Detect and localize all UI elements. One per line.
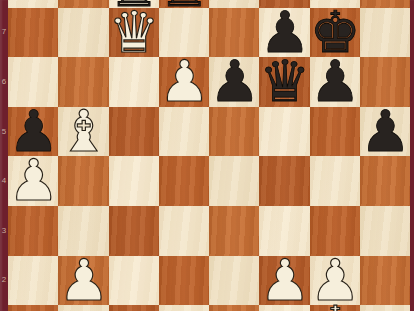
square-d6[interactable]: ♟ [159, 57, 209, 107]
square-c6[interactable] [109, 57, 159, 107]
square-f8[interactable] [259, 0, 309, 8]
square-g7[interactable]: ♚ [310, 8, 360, 58]
square-f4[interactable] [259, 156, 309, 206]
rank-label-5: 5 [0, 128, 8, 136]
square-b3[interactable] [58, 206, 108, 256]
square-g5[interactable] [310, 107, 360, 157]
square-g4[interactable] [310, 156, 360, 206]
square-b7[interactable] [58, 8, 108, 58]
square-a4[interactable]: ♟ [8, 156, 58, 206]
square-h3[interactable] [360, 206, 410, 256]
square-b5[interactable]: ♝ [58, 107, 108, 157]
square-b8[interactable] [58, 0, 108, 8]
square-g3[interactable] [310, 206, 360, 256]
square-f1[interactable] [259, 305, 309, 311]
square-h4[interactable] [360, 156, 410, 206]
square-c7[interactable]: ♛ [109, 8, 159, 58]
square-a2[interactable] [8, 256, 58, 306]
square-e4[interactable] [209, 156, 259, 206]
square-f7[interactable]: ♟ [259, 8, 309, 58]
chess-board: ♜♜♛♟♚♟♟♛♟♟♝♟♟♟♟♟♚ [8, 0, 410, 311]
rank-label-4: 4 [0, 177, 8, 185]
white-pawn: ♟ [8, 156, 58, 206]
square-b6[interactable] [58, 57, 108, 107]
square-a1[interactable] [8, 305, 58, 311]
black-pawn: ♟ [8, 107, 58, 157]
square-f5[interactable] [259, 107, 309, 157]
black-pawn: ♟ [310, 57, 360, 107]
black-pawn: ♟ [209, 57, 259, 107]
square-d7[interactable] [159, 8, 209, 58]
square-c8[interactable]: ♜ [109, 0, 159, 8]
square-d8[interactable]: ♜ [159, 0, 209, 8]
square-b1[interactable] [58, 305, 108, 311]
square-a7[interactable] [8, 8, 58, 58]
white-pawn: ♟ [310, 256, 360, 306]
square-d1[interactable] [159, 305, 209, 311]
square-c5[interactable] [109, 107, 159, 157]
square-d5[interactable] [159, 107, 209, 157]
white-pawn: ♟ [159, 57, 209, 107]
rank-label-3: 3 [0, 227, 8, 235]
square-a5[interactable]: ♟ [8, 107, 58, 157]
square-g8[interactable] [310, 0, 360, 8]
square-e1[interactable] [209, 305, 259, 311]
square-a8[interactable] [8, 0, 58, 8]
square-e5[interactable] [209, 107, 259, 157]
white-pawn: ♟ [58, 256, 108, 306]
square-h1[interactable] [360, 305, 410, 311]
chess-diagram: ♜♜♛♟♚♟♟♛♟♟♝♟♟♟♟♟♚ 765432 [0, 0, 414, 311]
square-a3[interactable] [8, 206, 58, 256]
black-pawn: ♟ [360, 107, 410, 157]
square-d4[interactable] [159, 156, 209, 206]
square-e8[interactable] [209, 0, 259, 8]
black-pawn: ♟ [259, 8, 309, 58]
square-g1[interactable]: ♚ [310, 305, 360, 311]
rank-label-2: 2 [0, 276, 8, 284]
black-queen: ♛ [259, 57, 309, 107]
square-h6[interactable] [360, 57, 410, 107]
square-e2[interactable] [209, 256, 259, 306]
square-h2[interactable] [360, 256, 410, 306]
white-king: ♚ [310, 303, 360, 311]
square-c3[interactable] [109, 206, 159, 256]
square-h7[interactable] [360, 8, 410, 58]
square-d2[interactable] [159, 256, 209, 306]
square-b4[interactable] [58, 156, 108, 206]
square-b2[interactable]: ♟ [58, 256, 108, 306]
rank-label-6: 6 [0, 78, 8, 86]
square-e7[interactable] [209, 8, 259, 58]
white-bishop: ♝ [58, 107, 108, 157]
square-h5[interactable]: ♟ [360, 107, 410, 157]
square-a6[interactable] [8, 57, 58, 107]
square-e6[interactable]: ♟ [209, 57, 259, 107]
square-c1[interactable] [109, 305, 159, 311]
square-c4[interactable] [109, 156, 159, 206]
square-d3[interactable] [159, 206, 209, 256]
square-h8[interactable] [360, 0, 410, 8]
white-queen: ♛ [109, 8, 159, 58]
square-e3[interactable] [209, 206, 259, 256]
square-f3[interactable] [259, 206, 309, 256]
square-c2[interactable] [109, 256, 159, 306]
black-king: ♚ [310, 8, 360, 58]
rank-label-7: 7 [0, 28, 8, 36]
square-g2[interactable]: ♟ [310, 256, 360, 306]
square-f2[interactable]: ♟ [259, 256, 309, 306]
square-g6[interactable]: ♟ [310, 57, 360, 107]
square-f6[interactable]: ♛ [259, 57, 309, 107]
white-pawn: ♟ [259, 256, 309, 306]
